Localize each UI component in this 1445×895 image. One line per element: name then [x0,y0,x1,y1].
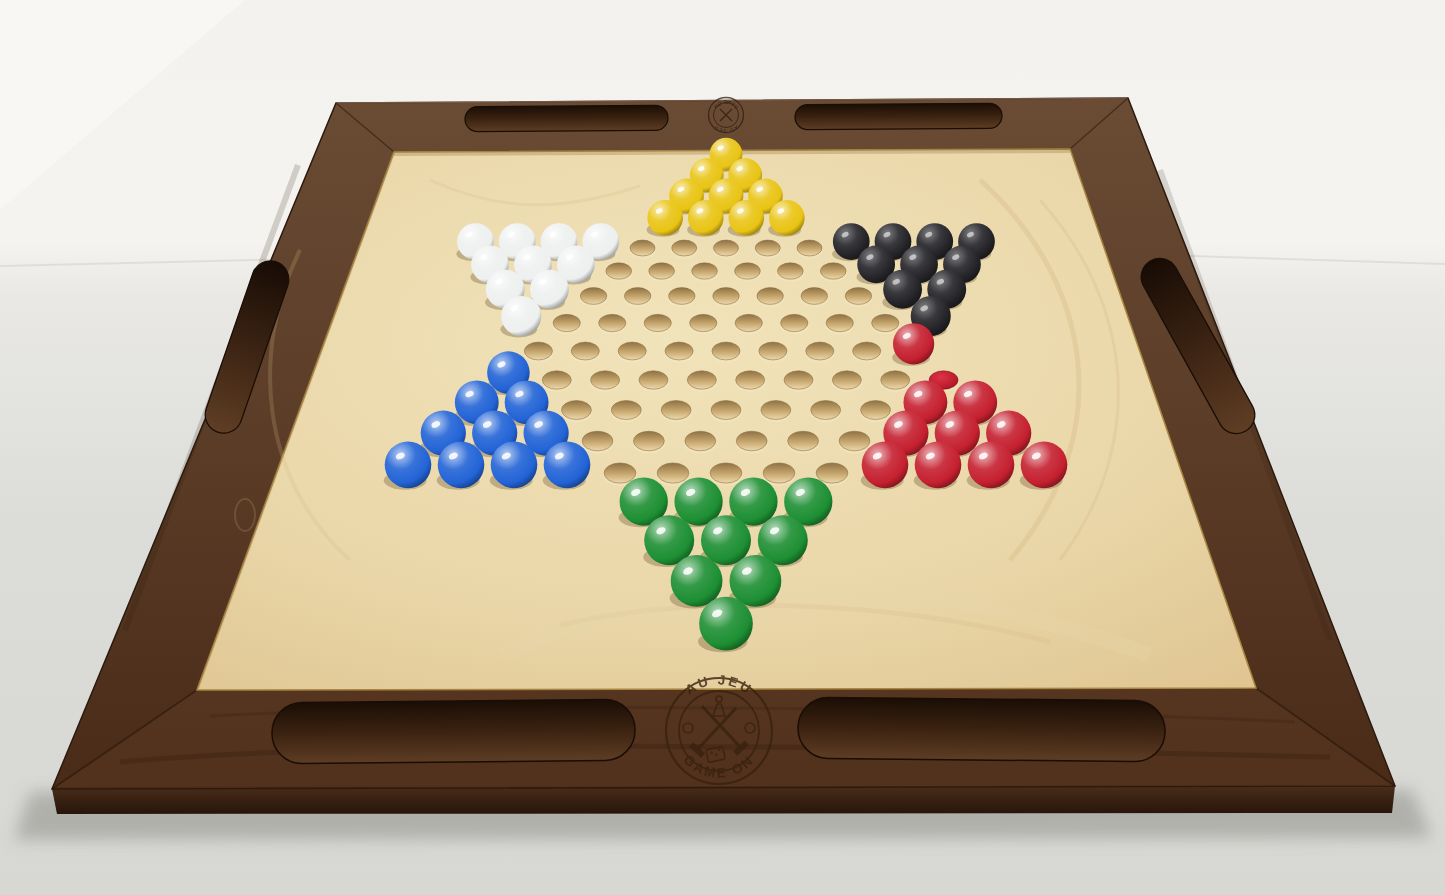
hole-r12c7[interactable] [736,431,767,451]
tray-top-left [465,105,668,131]
tray-top-right [795,103,1002,129]
hole-r13c6[interactable] [657,463,689,483]
hole-r11c4[interactable] [611,401,641,420]
hole-r11c6[interactable] [711,401,741,420]
hole-r13c7[interactable] [710,463,742,483]
hole-r7c6[interactable] [713,288,739,305]
hole-r7c9[interactable] [845,288,871,305]
hole-r10c7[interactable] [784,371,813,389]
hole-r11c8[interactable] [811,401,841,420]
hole-r8c7[interactable] [781,314,808,331]
hole-r8c3[interactable] [599,314,626,331]
yellow-marble-r4c3[interactable] [728,200,764,236]
hole-r9c3[interactable] [618,342,646,360]
hole-r10c5[interactable] [687,371,716,389]
hole-r10c8[interactable] [832,371,861,389]
hole-r10c6[interactable] [736,371,765,389]
hole-r5c5[interactable] [630,240,655,256]
hole-r9c7[interactable] [806,342,834,360]
hole-r9c6[interactable] [759,342,787,360]
hole-r7c3[interactable] [580,288,606,305]
hole-r6c7[interactable] [735,263,761,279]
hole-r5c8[interactable] [755,240,780,256]
board-side-face [52,786,1395,814]
blue-marble-r13c3[interactable] [491,442,538,489]
hole-r13c8[interactable] [763,463,795,483]
hole-r8c6[interactable] [735,314,762,331]
hole-r8c9[interactable] [872,314,899,331]
hole-r6c8[interactable] [777,263,803,279]
hole-r9c5[interactable] [712,342,740,360]
green-marble-r17c1[interactable] [699,597,753,651]
blue-marble-r13c2[interactable] [438,442,485,489]
white-marble-r8c1[interactable] [501,296,541,336]
hole-r5c6[interactable] [672,240,697,256]
yellow-marble-r4c2[interactable] [688,200,724,236]
hole-r9c4[interactable] [665,342,693,360]
hole-r12c6[interactable] [685,431,716,451]
hole-r10c9[interactable] [881,371,910,389]
hole-r9c8[interactable] [853,342,881,360]
green-marble-r16c1[interactable] [671,555,723,607]
hole-r5c7[interactable] [713,240,738,256]
hole-r9c1[interactable] [524,342,552,360]
red-marble-r13c13[interactable] [1021,442,1068,489]
yellow-marble-r4c1[interactable] [647,200,683,236]
blue-marble-r13c1[interactable] [385,442,432,489]
hole-r12c8[interactable] [788,431,819,451]
tray-bottom-left [272,699,636,764]
hole-r13c9[interactable] [816,463,848,483]
hole-r9c2[interactable] [571,342,599,360]
green-marble-r16c2[interactable] [730,555,782,607]
red-marble-r13c11[interactable] [915,442,962,489]
hole-r12c5[interactable] [633,431,664,451]
red-marble-r13c10[interactable] [862,442,909,489]
red-marble-r13c12[interactable] [968,442,1015,489]
hole-r7c7[interactable] [757,288,783,305]
hole-r6c4[interactable] [606,263,632,279]
hole-r11c7[interactable] [761,401,791,420]
hole-r11c3[interactable] [561,401,591,420]
hole-r7c4[interactable] [624,288,650,305]
hole-r6c5[interactable] [649,263,675,279]
red-marble-r9c9[interactable] [893,323,934,364]
hole-r8c4[interactable] [644,314,671,331]
hole-r8c2[interactable] [553,314,580,331]
hole-r7c8[interactable] [801,288,827,305]
hole-r12c4[interactable] [582,431,613,451]
board-photo: AU JEU GAME ON [0,0,1445,895]
yellow-marble-r4c4[interactable] [769,200,805,236]
tray-bottom-right [798,697,1166,762]
blue-marble-r13c4[interactable] [544,442,591,489]
hole-r7c5[interactable] [669,288,695,305]
hole-r8c5[interactable] [690,314,717,331]
hole-r8c8[interactable] [826,314,853,331]
hole-r11c5[interactable] [661,401,691,420]
hole-r11c9[interactable] [861,401,891,420]
hole-r10c4[interactable] [639,371,668,389]
hole-r12c9[interactable] [839,431,870,451]
photo-scene: AU JEU GAME ON [0,0,1445,895]
hole-r13c5[interactable] [604,463,636,483]
hole-r6c6[interactable] [692,263,718,279]
green-marble-r15c2[interactable] [701,515,751,565]
hole-r10c2[interactable] [542,371,571,389]
hole-r6c9[interactable] [820,263,846,279]
hole-r10c3[interactable] [591,371,620,389]
hole-r5c9[interactable] [797,240,822,256]
